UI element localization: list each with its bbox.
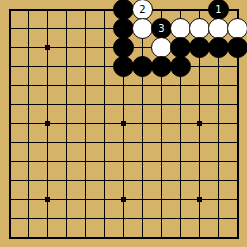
star-point: [121, 121, 126, 126]
star-point: [197, 121, 202, 126]
stone-black: 1: [208, 0, 229, 20]
stone-black: [227, 37, 247, 58]
stone-black: [113, 56, 134, 77]
stone-black: [170, 37, 191, 58]
star-point: [45, 121, 50, 126]
grid-line-horizontal: [9, 237, 239, 239]
move-number: 3: [158, 24, 164, 34]
stone-white: [132, 18, 153, 39]
stone-black: [113, 0, 134, 20]
star-point: [197, 197, 202, 202]
stone-black: [189, 37, 210, 58]
star-point: [45, 197, 50, 202]
move-number: 2: [139, 5, 145, 15]
star-point: [121, 197, 126, 202]
grid-line-horizontal: [9, 161, 239, 162]
grid-line-horizontal: [9, 142, 239, 143]
move-number: 1: [215, 5, 221, 15]
star-point: [45, 45, 50, 50]
stone-white: [189, 18, 210, 39]
grid-line-horizontal: [9, 180, 239, 181]
go-board[interactable]: 213: [0, 0, 247, 247]
stone-black: [113, 37, 134, 58]
stone-white: [151, 37, 172, 58]
stone-black: [151, 56, 172, 77]
stone-black: [113, 18, 134, 39]
stone-white: [227, 18, 247, 39]
stone-black: [132, 56, 153, 77]
stone-white: [170, 18, 191, 39]
stone-black: [170, 56, 191, 77]
grid-line-horizontal: [9, 218, 239, 219]
stone-white: 2: [132, 0, 153, 20]
grid-line-vertical: [142, 9, 143, 239]
stone-white: [208, 18, 229, 39]
stone-black: 3: [151, 18, 172, 39]
stone-black: [208, 37, 229, 58]
